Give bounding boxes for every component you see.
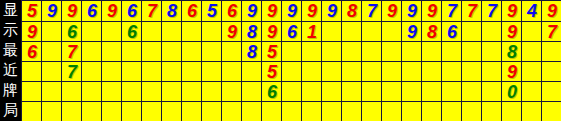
- cell-r6c22: [441, 101, 461, 121]
- result-digit: 9: [247, 2, 256, 20]
- result-digit: 7: [367, 2, 376, 20]
- cell-r4c8: [161, 61, 181, 81]
- cell-r2c19: [381, 21, 401, 41]
- cell-r4c27: [541, 61, 561, 81]
- cell-r4c7: [141, 61, 161, 81]
- cell-r5c10: [201, 81, 221, 101]
- cell-r3c19: [381, 41, 401, 61]
- cell-r3c17: [341, 41, 361, 61]
- cell-r6c1: [21, 101, 41, 121]
- cell-r3c4: [81, 41, 101, 61]
- cell-r2c23: [461, 21, 481, 41]
- cell-r5c17: [341, 81, 361, 101]
- cell-r3c9: [181, 41, 201, 61]
- cell-r5c23: [461, 81, 481, 101]
- result-digit: 9: [287, 2, 296, 20]
- cell-r3c2: [41, 41, 61, 61]
- result-digit: 5: [27, 2, 36, 20]
- cell-r3c25: 8: [501, 41, 521, 61]
- result-digit: 7: [467, 2, 476, 20]
- result-digit: 6: [187, 2, 196, 20]
- cell-r6c5: [101, 101, 121, 121]
- result-digit: 7: [67, 63, 76, 81]
- cell-r4c2: [41, 61, 61, 81]
- result-digit: 9: [427, 2, 436, 20]
- cell-r2c2: [41, 21, 61, 41]
- cell-r2c15: 1: [301, 21, 321, 41]
- cell-r4c23: [461, 61, 481, 81]
- cell-r3c15: [301, 41, 321, 61]
- cell-r5c2: [41, 81, 61, 101]
- cell-r5c14: [281, 81, 301, 101]
- cell-r3c7: [141, 41, 161, 61]
- label-char-3: 最: [0, 40, 21, 60]
- cell-r3c6: [121, 41, 141, 61]
- cell-r2c22: 6: [441, 21, 461, 41]
- result-digit: 9: [67, 2, 76, 20]
- cell-r5c22: [441, 81, 461, 101]
- cell-r6c9: [181, 101, 201, 121]
- cell-r6c20: [401, 101, 421, 121]
- cell-r3c14: [281, 41, 301, 61]
- cell-r1c24: 7: [481, 1, 501, 21]
- result-digit: 5: [267, 43, 276, 61]
- cell-r6c16: [321, 101, 341, 121]
- result-digit: 9: [507, 63, 516, 81]
- result-digit: 6: [447, 23, 456, 41]
- cell-r1c11: 6: [221, 1, 241, 21]
- cell-r2c20: 9: [401, 21, 421, 41]
- cell-r3c18: [361, 41, 381, 61]
- cell-r5c8: [161, 81, 181, 101]
- cell-r5c15: [301, 81, 321, 101]
- cell-r1c13: 9: [261, 1, 281, 21]
- result-digit: 0: [507, 83, 516, 101]
- cell-r3c12: 8: [241, 41, 261, 61]
- result-digit: 6: [87, 2, 96, 20]
- cell-r3c5: [101, 41, 121, 61]
- result-digit: 9: [327, 2, 336, 20]
- result-digit: 9: [107, 2, 116, 20]
- cell-r1c21: 9: [421, 1, 441, 21]
- cell-r4c16: [321, 61, 341, 81]
- cell-r6c11: [221, 101, 241, 121]
- result-digit: 8: [247, 43, 256, 61]
- cell-r6c13: [261, 101, 281, 121]
- result-digit: 8: [347, 2, 356, 20]
- cell-r3c13: 5: [261, 41, 281, 61]
- cell-r6c27: [541, 101, 561, 121]
- cell-r5c5: [101, 81, 121, 101]
- cell-r1c3: 9: [61, 1, 81, 21]
- cell-r3c16: [321, 41, 341, 61]
- cell-r2c18: [361, 21, 381, 41]
- cell-r2c11: 9: [221, 21, 241, 41]
- cell-r6c15: [301, 101, 321, 121]
- result-digit: 5: [267, 63, 276, 81]
- cell-r6c25: [501, 101, 521, 121]
- cell-r4c20: [401, 61, 421, 81]
- cell-r6c4: [81, 101, 101, 121]
- label-char-6: 局: [0, 101, 21, 121]
- cell-r1c9: 6: [181, 1, 201, 21]
- cell-r4c15: [301, 61, 321, 81]
- cell-r2c9: [181, 21, 201, 41]
- result-digit: 9: [267, 2, 276, 20]
- result-digit: 8: [167, 2, 176, 20]
- cell-r1c1: 5: [21, 1, 41, 21]
- cell-r1c7: 7: [141, 1, 161, 21]
- label-char-1: 显: [0, 0, 21, 20]
- scoreboard: 显示最近牌局 599696786569999987999777949966989…: [0, 0, 561, 121]
- cell-r3c3: 7: [61, 41, 81, 61]
- cell-r5c25: 0: [501, 81, 521, 101]
- cell-r5c21: [421, 81, 441, 101]
- cell-r1c25: 9: [501, 1, 521, 21]
- cell-r5c1: [21, 81, 41, 101]
- result-digit: 4: [527, 2, 536, 20]
- cell-r4c24: [481, 61, 501, 81]
- cell-r3c10: [201, 41, 221, 61]
- cell-r1c4: 6: [81, 1, 101, 21]
- result-digit: 6: [287, 23, 296, 41]
- cell-r5c9: [181, 81, 201, 101]
- cell-r5c20: [401, 81, 421, 101]
- cell-r6c18: [361, 101, 381, 121]
- cell-r6c24: [481, 101, 501, 121]
- cell-r2c21: 8: [421, 21, 441, 41]
- title-label-column: 显示最近牌局: [0, 0, 21, 121]
- cell-r2c4: [81, 21, 101, 41]
- result-digit: 9: [507, 23, 516, 41]
- cell-r1c8: 8: [161, 1, 181, 21]
- cell-r3c26: [521, 41, 541, 61]
- result-digit: 9: [407, 23, 416, 41]
- cell-r3c23: [461, 41, 481, 61]
- cell-r6c7: [141, 101, 161, 121]
- cell-r2c10: [201, 21, 221, 41]
- cell-r1c12: 9: [241, 1, 261, 21]
- cell-r3c8: [161, 41, 181, 61]
- label-char-4: 近: [0, 60, 21, 80]
- result-digit: 7: [67, 43, 76, 61]
- result-digit: 8: [507, 43, 516, 61]
- cell-r4c14: [281, 61, 301, 81]
- cell-r2c13: 9: [261, 21, 281, 41]
- cell-r4c12: [241, 61, 261, 81]
- result-digit: 6: [267, 83, 276, 101]
- result-digit: 7: [447, 2, 456, 20]
- cell-r4c6: [121, 61, 141, 81]
- cell-r2c17: [341, 21, 361, 41]
- cell-r4c9: [181, 61, 201, 81]
- cell-r5c4: [81, 81, 101, 101]
- cell-r2c14: 6: [281, 21, 301, 41]
- result-digit: 9: [47, 2, 56, 20]
- cell-r2c16: [321, 21, 341, 41]
- cell-r1c15: 9: [301, 1, 321, 21]
- cell-r5c13: 6: [261, 81, 281, 101]
- cell-r3c20: [401, 41, 421, 61]
- cell-r1c19: 9: [381, 1, 401, 21]
- result-digit: 6: [27, 43, 36, 61]
- cell-r3c21: [421, 41, 441, 61]
- cell-r6c19: [381, 101, 401, 121]
- cell-r6c2: [41, 101, 61, 121]
- cell-r2c25: 9: [501, 21, 521, 41]
- cell-r1c23: 7: [461, 1, 481, 21]
- cell-r3c1: 6: [21, 41, 41, 61]
- result-digit: 9: [307, 2, 316, 20]
- cell-r2c5: [101, 21, 121, 41]
- cell-r2c12: 8: [241, 21, 261, 41]
- cell-r2c27: 7: [541, 21, 561, 41]
- result-digit: 7: [547, 23, 556, 41]
- cell-r2c24: [481, 21, 501, 41]
- cell-r6c14: [281, 101, 301, 121]
- cell-r2c8: [161, 21, 181, 41]
- cell-r4c26: [521, 61, 541, 81]
- result-digit: 8: [427, 23, 436, 41]
- result-digit: 9: [27, 23, 36, 41]
- cell-r4c4: [81, 61, 101, 81]
- cell-r5c27: [541, 81, 561, 101]
- cell-r3c27: [541, 41, 561, 61]
- cell-r5c3: [61, 81, 81, 101]
- cell-r4c25: 9: [501, 61, 521, 81]
- cell-r5c18: [361, 81, 381, 101]
- cell-r3c11: [221, 41, 241, 61]
- cell-r4c11: [221, 61, 241, 81]
- cell-r1c14: 9: [281, 1, 301, 21]
- cell-r1c17: 8: [341, 1, 361, 21]
- result-digit: 6: [67, 23, 76, 41]
- result-digit: 7: [147, 2, 156, 20]
- cell-r5c16: [321, 81, 341, 101]
- result-digit: 9: [407, 2, 416, 20]
- cell-r4c10: [201, 61, 221, 81]
- cell-r5c12: [241, 81, 261, 101]
- result-digit: 9: [507, 2, 516, 20]
- label-char-2: 示: [0, 20, 21, 40]
- cell-r6c12: [241, 101, 261, 121]
- cell-r1c5: 9: [101, 1, 121, 21]
- cell-r2c26: [521, 21, 541, 41]
- cell-r4c18: [361, 61, 381, 81]
- cell-r5c24: [481, 81, 501, 101]
- cell-r6c3: [61, 101, 81, 121]
- cell-r2c3: 6: [61, 21, 81, 41]
- result-digit: 6: [127, 2, 136, 20]
- cell-r2c1: 9: [21, 21, 41, 41]
- cell-r1c18: 7: [361, 1, 381, 21]
- cell-r1c2: 9: [41, 1, 61, 21]
- cell-r2c6: 6: [121, 21, 141, 41]
- result-digit: 1: [307, 23, 316, 41]
- cell-r6c6: [121, 101, 141, 121]
- results-grid: 5996967865699999879997779499669896198697…: [21, 0, 561, 121]
- cell-r5c7: [141, 81, 161, 101]
- cell-r5c26: [521, 81, 541, 101]
- cell-r4c19: [381, 61, 401, 81]
- cell-r4c22: [441, 61, 461, 81]
- result-digit: 6: [127, 23, 136, 41]
- result-digit: 7: [487, 2, 496, 20]
- cell-r6c8: [161, 101, 181, 121]
- cell-r1c22: 7: [441, 1, 461, 21]
- cell-r2c7: [141, 21, 161, 41]
- result-digit: 6: [227, 2, 236, 20]
- cell-r4c17: [341, 61, 361, 81]
- cell-r1c26: 4: [521, 1, 541, 21]
- cell-r5c19: [381, 81, 401, 101]
- result-digit: 5: [207, 2, 216, 20]
- cell-r4c3: 7: [61, 61, 81, 81]
- cell-r4c21: [421, 61, 441, 81]
- cell-r1c27: 9: [541, 1, 561, 21]
- cell-r6c26: [521, 101, 541, 121]
- label-char-5: 牌: [0, 81, 21, 101]
- cell-r5c11: [221, 81, 241, 101]
- result-digit: 9: [387, 2, 396, 20]
- cell-r1c6: 6: [121, 1, 141, 21]
- cell-r3c22: [441, 41, 461, 61]
- cell-r6c10: [201, 101, 221, 121]
- cell-r6c21: [421, 101, 441, 121]
- cell-r1c16: 9: [321, 1, 341, 21]
- cell-r1c10: 5: [201, 1, 221, 21]
- cell-r5c6: [121, 81, 141, 101]
- cell-r4c13: 5: [261, 61, 281, 81]
- cell-r1c20: 9: [401, 1, 421, 21]
- result-digit: 9: [267, 23, 276, 41]
- result-digit: 8: [247, 23, 256, 41]
- cell-r6c23: [461, 101, 481, 121]
- result-digit: 9: [547, 2, 556, 20]
- cell-r6c17: [341, 101, 361, 121]
- cell-r3c24: [481, 41, 501, 61]
- cell-r4c5: [101, 61, 121, 81]
- cell-r4c1: [21, 61, 41, 81]
- result-digit: 9: [227, 23, 236, 41]
